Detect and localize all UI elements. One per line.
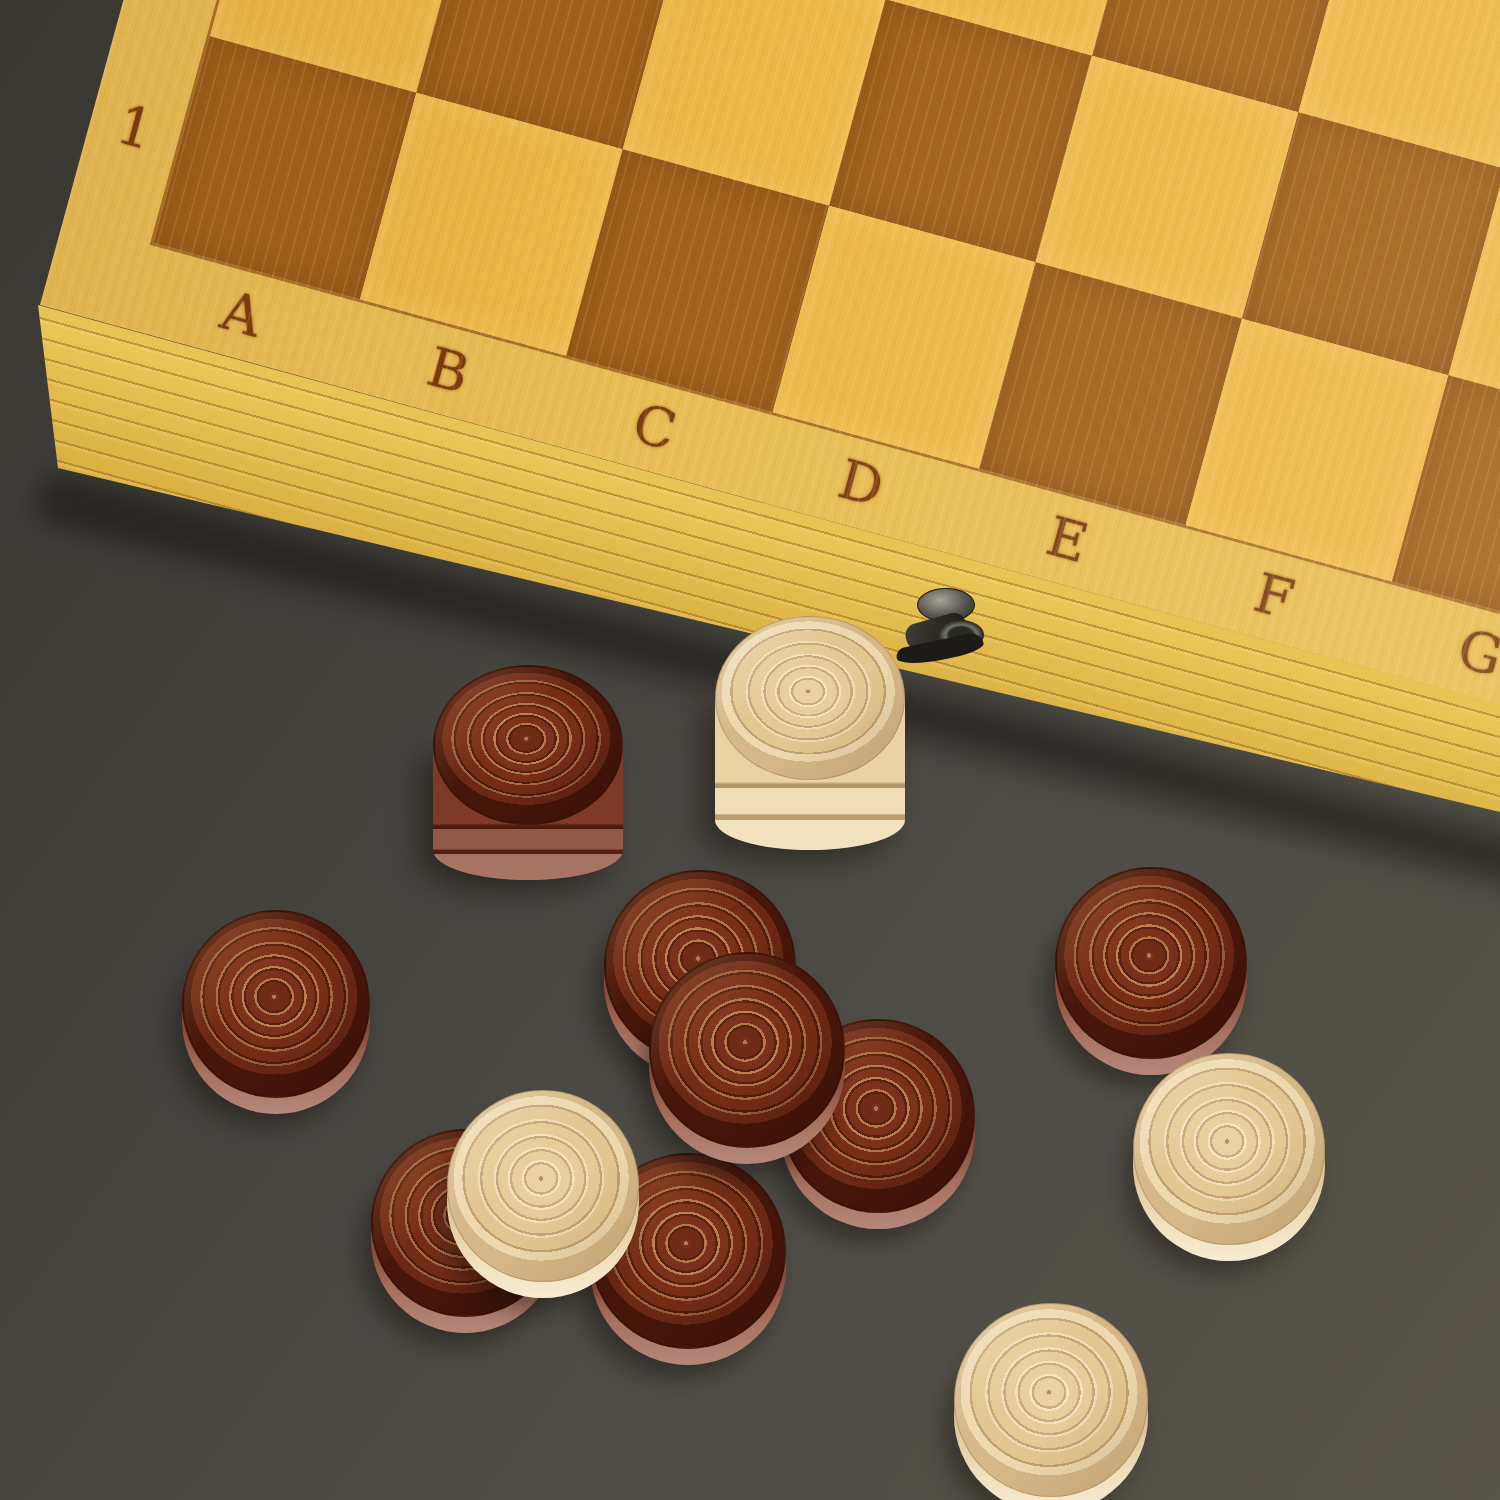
piece-light-single-right-face [1133,1053,1325,1245]
piece-dark-cluster-front-face [649,952,845,1148]
piece-light-single-right [1133,1053,1325,1261]
piece-light-bottom-face [447,1090,639,1282]
piece-light-stack [715,616,905,850]
scene: ABCDEFGH 1 [0,0,1500,1500]
piece-dark-single-right [1055,867,1247,1075]
piece-dark-single-left [182,910,370,1114]
piece-dark-stack-face [433,665,623,825]
piece-dark-single-left-face [182,910,370,1098]
piece-light-bottom [447,1090,639,1298]
piece-dark-stack [433,665,623,880]
piece-dark-single-right-face [1055,867,1247,1059]
piece-light-stack-face [715,616,905,780]
piece-light-bottom-right [954,1303,1148,1500]
pieces-layer [0,0,1500,1500]
piece-light-bottom-right-face [954,1303,1148,1497]
piece-dark-cluster-front [649,952,845,1164]
